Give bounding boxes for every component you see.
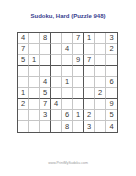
cell-r2c7	[84, 44, 95, 55]
cell-r3c6: 9	[73, 55, 84, 66]
cell-r1c4	[51, 33, 62, 44]
cell-r7c2	[29, 99, 40, 110]
cell-r6c7	[84, 88, 95, 99]
cell-r8c2	[29, 110, 40, 121]
cell-r6c8: 2	[95, 88, 106, 99]
cell-r7c5	[62, 99, 73, 110]
cell-r2c5: 4	[62, 44, 73, 55]
cell-r8c3: 3	[40, 110, 51, 121]
page-title: Sudoku, Hard (Puzzle 948)	[0, 13, 136, 19]
cell-r9c9: 4	[106, 121, 117, 132]
cell-r7c9: 9	[106, 99, 117, 110]
cell-r6c2	[29, 88, 40, 99]
cell-r1c6: 7	[73, 33, 84, 44]
board-container: 487137425197416152274936125834	[17, 32, 118, 133]
cell-r5c4	[51, 77, 62, 88]
cell-r7c1: 2	[18, 99, 29, 110]
cell-r7c7	[84, 99, 95, 110]
cell-r6c6	[73, 88, 84, 99]
cell-r8c7: 2	[84, 110, 95, 121]
sudoku-board: 487137425197416152274936125834	[17, 32, 118, 133]
cell-r6c3: 5	[40, 88, 51, 99]
cell-r5c6	[73, 77, 84, 88]
footer-url: www.PrintMySudoku.com	[0, 161, 136, 165]
cell-r6c4	[51, 88, 62, 99]
cell-r4c3	[40, 66, 51, 77]
cell-r2c4	[51, 44, 62, 55]
cell-r1c8	[95, 33, 106, 44]
cell-r4c6	[73, 66, 84, 77]
cell-r9c5: 8	[62, 121, 73, 132]
cell-r5c3: 4	[40, 77, 51, 88]
cell-r2c6	[73, 44, 84, 55]
cell-r7c4: 4	[51, 99, 62, 110]
cell-r9c2	[29, 121, 40, 132]
cell-r8c6: 1	[73, 110, 84, 121]
cell-r3c4	[51, 55, 62, 66]
cell-r2c3	[40, 44, 51, 55]
cell-r2c8	[95, 44, 106, 55]
cell-r9c8	[95, 121, 106, 132]
cell-r9c7: 3	[84, 121, 95, 132]
cell-r5c8	[95, 77, 106, 88]
cell-r6c1: 1	[18, 88, 29, 99]
cell-r8c1	[18, 110, 29, 121]
cell-r1c7: 1	[84, 33, 95, 44]
cell-r1c9: 3	[106, 33, 117, 44]
cell-r3c7: 7	[84, 55, 95, 66]
cell-r5c5: 1	[62, 77, 73, 88]
cell-r4c8	[95, 66, 106, 77]
cell-r3c3	[40, 55, 51, 66]
cell-r5c2	[29, 77, 40, 88]
cell-r3c8	[95, 55, 106, 66]
cell-r3c2: 1	[29, 55, 40, 66]
cell-r6c5	[62, 88, 73, 99]
cell-r9c3	[40, 121, 51, 132]
cell-r6c9	[106, 88, 117, 99]
cell-r4c2	[29, 66, 40, 77]
cell-r5c1	[18, 77, 29, 88]
cell-r7c3: 7	[40, 99, 51, 110]
cell-r4c9	[106, 66, 117, 77]
cell-r4c4	[51, 66, 62, 77]
cell-r4c1	[18, 66, 29, 77]
cell-r2c2	[29, 44, 40, 55]
cell-r2c9: 2	[106, 44, 117, 55]
cell-r8c8	[95, 110, 106, 121]
cell-r7c6	[73, 99, 84, 110]
cell-r4c5	[62, 66, 73, 77]
sudoku-page: Sudoku, Hard (Puzzle 948) 48713742519741…	[0, 0, 136, 176]
cell-r8c5: 6	[62, 110, 73, 121]
cell-r2c1: 7	[18, 44, 29, 55]
cell-r9c1	[18, 121, 29, 132]
cell-r4c7	[84, 66, 95, 77]
cell-r1c2	[29, 33, 40, 44]
cell-r5c7	[84, 77, 95, 88]
cell-r9c6	[73, 121, 84, 132]
cell-r9c4	[51, 121, 62, 132]
cell-r8c9: 5	[106, 110, 117, 121]
cell-r3c5	[62, 55, 73, 66]
cell-r7c8	[95, 99, 106, 110]
cell-r1c5	[62, 33, 73, 44]
cell-r3c1: 5	[18, 55, 29, 66]
cell-r8c4	[51, 110, 62, 121]
cell-r5c9: 6	[106, 77, 117, 88]
cell-r1c3: 8	[40, 33, 51, 44]
cell-r3c9	[106, 55, 117, 66]
cell-r1c1: 4	[18, 33, 29, 44]
